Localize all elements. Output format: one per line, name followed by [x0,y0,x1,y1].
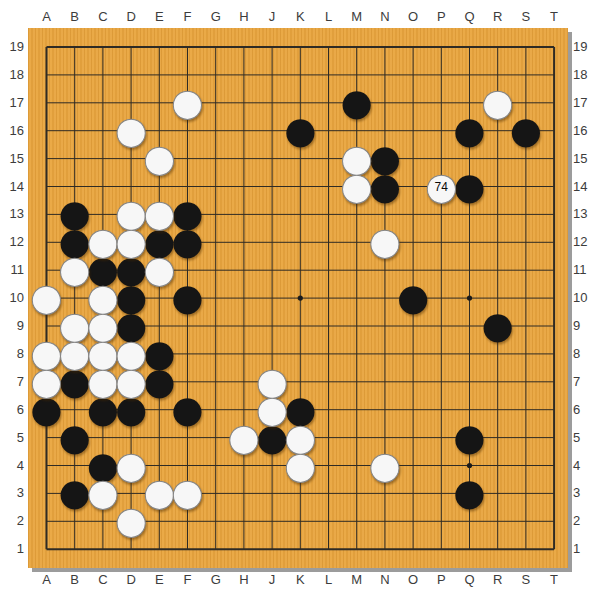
column-label-top-R: R [488,9,508,25]
star-point [129,128,134,133]
column-label-bottom-D: D [121,572,141,588]
row-label-left-18: 18 [2,67,24,83]
row-label-right-18: 18 [573,67,597,83]
row-label-right-12: 12 [573,234,597,250]
column-label-top-G: G [206,9,226,25]
page: AABBCCDDEEFFGGHHJJKKLLMMNNOOPPQQRRSSTT19… [0,0,600,600]
row-label-right-13: 13 [573,206,597,222]
row-label-left-1: 1 [2,541,24,557]
row-label-left-6: 6 [2,402,24,418]
column-label-bottom-A: A [37,572,57,588]
column-label-top-F: F [178,9,198,25]
column-label-bottom-G: G [206,572,226,588]
go-board[interactable]: ●●●●●●●●●●●●●●●●●●●●●●●●●●●●●●●●●●●●●●●●… [28,28,568,568]
star-point [467,128,472,133]
star-point [298,296,303,301]
row-label-left-19: 19 [2,39,24,55]
column-label-top-T: T [544,9,564,25]
row-label-left-3: 3 [2,485,24,501]
row-label-left-16: 16 [2,123,24,139]
column-label-bottom-N: N [375,572,395,588]
column-label-bottom-K: K [290,572,310,588]
row-label-right-4: 4 [573,458,597,474]
column-label-top-O: O [403,9,423,25]
row-label-left-15: 15 [2,151,24,167]
star-point [129,463,134,468]
row-label-left-11: 11 [2,262,24,278]
row-label-left-17: 17 [2,95,24,111]
row-label-left-9: 9 [2,318,24,334]
row-label-right-14: 14 [573,179,597,195]
row-label-left-5: 5 [2,430,24,446]
row-label-left-2: 2 [2,513,24,529]
column-label-top-C: C [93,9,113,25]
row-label-right-7: 7 [573,374,597,390]
row-label-right-17: 17 [573,95,597,111]
column-label-bottom-C: C [93,572,113,588]
row-label-right-6: 6 [573,402,597,418]
column-label-top-A: A [37,9,57,25]
row-label-left-4: 4 [2,458,24,474]
column-label-bottom-J: J [262,572,282,588]
column-label-bottom-Q: Q [460,572,480,588]
column-label-bottom-P: P [431,572,451,588]
row-label-left-12: 12 [2,234,24,250]
row-label-right-5: 5 [573,430,597,446]
star-point [298,128,303,133]
star-point [467,296,472,301]
column-label-top-E: E [149,9,169,25]
column-label-bottom-E: E [149,572,169,588]
grid-lines [28,28,568,568]
column-label-bottom-R: R [488,572,508,588]
column-label-bottom-O: O [403,572,423,588]
row-label-left-8: 8 [2,346,24,362]
column-label-bottom-F: F [178,572,198,588]
column-label-top-S: S [516,9,536,25]
column-label-top-N: N [375,9,395,25]
row-label-right-19: 19 [573,39,597,55]
row-label-right-8: 8 [573,346,597,362]
row-label-right-10: 10 [573,290,597,306]
row-label-right-1: 1 [573,541,597,557]
row-label-right-9: 9 [573,318,597,334]
row-label-right-11: 11 [573,262,597,278]
row-label-right-3: 3 [573,485,597,501]
column-label-bottom-L: L [319,572,339,588]
column-label-bottom-M: M [347,572,367,588]
column-label-top-L: L [319,9,339,25]
column-label-bottom-T: T [544,572,564,588]
row-label-right-16: 16 [573,123,597,139]
row-label-left-13: 13 [2,206,24,222]
column-label-top-K: K [290,9,310,25]
column-label-top-J: J [262,9,282,25]
star-point [129,296,134,301]
row-label-right-15: 15 [573,151,597,167]
column-label-bottom-S: S [516,572,536,588]
column-label-top-H: H [234,9,254,25]
star-point [298,463,303,468]
column-label-bottom-B: B [65,572,85,588]
column-label-top-Q: Q [460,9,480,25]
row-label-left-14: 14 [2,179,24,195]
column-label-top-P: P [431,9,451,25]
star-point [467,463,472,468]
row-label-right-2: 2 [573,513,597,529]
column-label-top-M: M [347,9,367,25]
row-label-left-7: 7 [2,374,24,390]
column-label-bottom-H: H [234,572,254,588]
row-label-left-10: 10 [2,290,24,306]
column-label-top-D: D [121,9,141,25]
column-label-top-B: B [65,9,85,25]
